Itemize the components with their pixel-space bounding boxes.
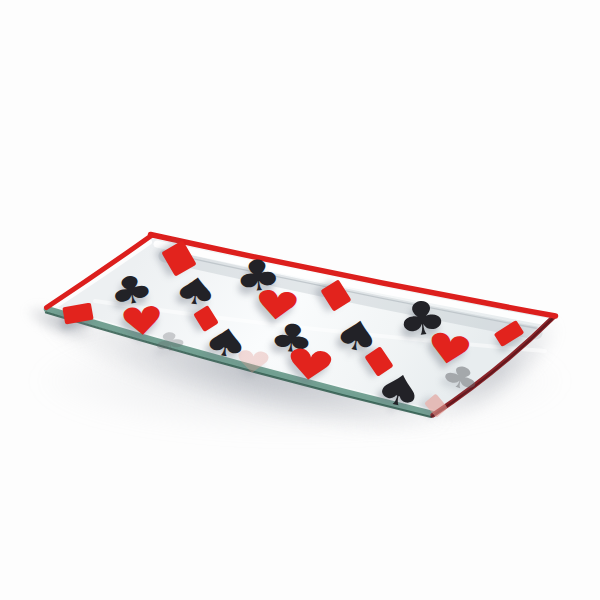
tray-photo-scene: ♣♣♣♠♥♥♠♣♠♥♥♠♣♣♥ [0, 0, 600, 600]
glass-tray [0, 0, 600, 600]
